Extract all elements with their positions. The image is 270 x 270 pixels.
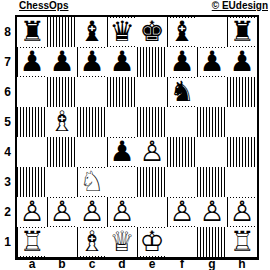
white-king-icon: ♔	[139, 228, 165, 256]
file-label-h: h	[227, 259, 257, 270]
square-c2[interactable]: ♙	[77, 197, 107, 227]
white-pawn-icon: ♙	[49, 198, 75, 226]
board-frame: ♜♝♛♚♝♜♟♟♟♟♟♟♟♞♗♟♙♘♙♙♙♙♙♙♙♖♗♕♔♖	[15, 15, 259, 260]
square-a3[interactable]	[17, 167, 47, 197]
square-h4[interactable]	[227, 137, 257, 167]
white-bishop-icon: ♗	[49, 108, 75, 136]
square-b2[interactable]: ♙	[47, 197, 77, 227]
white-pawn-icon: ♙	[79, 198, 105, 226]
rank-label-5: 5	[0, 107, 15, 137]
white-rook-icon: ♖	[19, 228, 45, 256]
white-pawn-icon: ♙	[229, 198, 255, 226]
square-d2[interactable]: ♙	[107, 197, 137, 227]
square-h7[interactable]: ♟	[227, 47, 257, 77]
square-c8[interactable]: ♝	[77, 17, 107, 47]
black-pawn-icon: ♟	[109, 48, 135, 76]
square-e4[interactable]: ♙	[137, 137, 167, 167]
square-d4[interactable]: ♟	[107, 137, 137, 167]
white-knight-icon: ♘	[79, 168, 105, 196]
white-pawn-icon: ♙	[169, 198, 195, 226]
file-label-e: e	[137, 259, 167, 270]
square-a8[interactable]: ♜	[17, 17, 47, 47]
square-b7[interactable]: ♟	[47, 47, 77, 77]
white-pawn-icon: ♙	[199, 198, 225, 226]
square-h6[interactable]	[227, 77, 257, 107]
square-b5[interactable]: ♗	[47, 107, 77, 137]
square-c6[interactable]	[77, 77, 107, 107]
black-knight-icon: ♞	[169, 78, 195, 106]
rank-label-1: 1	[0, 227, 15, 257]
square-b6[interactable]	[47, 77, 77, 107]
square-f8[interactable]: ♝	[167, 17, 197, 47]
black-pawn-icon: ♟	[169, 48, 195, 76]
square-d8[interactable]: ♛	[107, 17, 137, 47]
square-e5[interactable]	[137, 107, 167, 137]
square-c4[interactable]	[77, 137, 107, 167]
square-g4[interactable]	[197, 137, 227, 167]
rank-label-4: 4	[0, 137, 15, 167]
square-a1[interactable]: ♖	[17, 227, 47, 257]
square-e3[interactable]	[137, 167, 167, 197]
square-g5[interactable]	[197, 107, 227, 137]
chessops-page: ChessOps © EUdesign 87654321 ♜♝♛♚♝♜♟♟♟♟♟…	[0, 0, 270, 270]
chess-board: ♜♝♛♚♝♜♟♟♟♟♟♟♟♞♗♟♙♘♙♙♙♙♙♙♙♖♗♕♔♖	[17, 17, 257, 257]
square-h1[interactable]: ♖	[227, 227, 257, 257]
black-rook-icon: ♜	[229, 18, 255, 46]
file-label-d: d	[107, 259, 137, 270]
white-rook-icon: ♖	[229, 228, 255, 256]
square-f6[interactable]: ♞	[167, 77, 197, 107]
file-label-a: a	[17, 259, 47, 270]
square-f5[interactable]	[167, 107, 197, 137]
white-pawn-icon: ♙	[139, 138, 165, 166]
square-a4[interactable]	[17, 137, 47, 167]
square-h5[interactable]	[227, 107, 257, 137]
square-h8[interactable]: ♜	[227, 17, 257, 47]
square-e7[interactable]	[137, 47, 167, 77]
black-pawn-icon: ♟	[19, 48, 45, 76]
square-e6[interactable]	[137, 77, 167, 107]
square-c5[interactable]	[77, 107, 107, 137]
rank-label-3: 3	[0, 167, 15, 197]
white-bishop-icon: ♗	[79, 228, 105, 256]
square-f3[interactable]	[167, 167, 197, 197]
rank-labels: 87654321	[0, 17, 15, 257]
black-pawn-icon: ♟	[49, 48, 75, 76]
black-bishop-icon: ♝	[169, 18, 195, 46]
square-b8[interactable]	[47, 17, 77, 47]
black-pawn-icon: ♟	[199, 48, 225, 76]
square-g6[interactable]	[197, 77, 227, 107]
square-e1[interactable]: ♔	[137, 227, 167, 257]
square-g8[interactable]	[197, 17, 227, 47]
header: ChessOps © EUdesign	[19, 0, 268, 14]
square-d1[interactable]: ♕	[107, 227, 137, 257]
rank-label-6: 6	[0, 77, 15, 107]
black-pawn-icon: ♟	[109, 138, 135, 166]
rank-label-7: 7	[0, 47, 15, 77]
rank-label-8: 8	[0, 17, 15, 47]
square-a2[interactable]: ♙	[17, 197, 47, 227]
white-queen-icon: ♕	[109, 228, 135, 256]
square-g2[interactable]: ♙	[197, 197, 227, 227]
square-f7[interactable]: ♟	[167, 47, 197, 77]
square-h2[interactable]: ♙	[227, 197, 257, 227]
square-f1[interactable]	[167, 227, 197, 257]
square-c7[interactable]: ♟	[77, 47, 107, 77]
square-g7[interactable]: ♟	[197, 47, 227, 77]
file-label-g: g	[197, 259, 227, 270]
file-label-f: f	[167, 259, 197, 270]
square-c1[interactable]: ♗	[77, 227, 107, 257]
file-labels: abcdefgh	[17, 259, 257, 270]
square-g3[interactable]	[197, 167, 227, 197]
square-b3[interactable]	[47, 167, 77, 197]
white-pawn-icon: ♙	[109, 198, 135, 226]
square-b4[interactable]	[47, 137, 77, 167]
black-rook-icon: ♜	[19, 18, 45, 46]
square-e2[interactable]	[137, 197, 167, 227]
square-c3[interactable]: ♘	[77, 167, 107, 197]
square-h3[interactable]	[227, 167, 257, 197]
square-d3[interactable]	[107, 167, 137, 197]
rank-label-2: 2	[0, 197, 15, 227]
white-pawn-icon: ♙	[19, 198, 45, 226]
app-title-link[interactable]: ChessOps	[19, 0, 68, 12]
square-d6[interactable]	[107, 77, 137, 107]
square-d5[interactable]	[107, 107, 137, 137]
black-bishop-icon: ♝	[79, 18, 105, 46]
black-queen-icon: ♛	[109, 18, 135, 46]
square-e8[interactable]: ♚	[137, 17, 167, 47]
file-label-c: c	[77, 259, 107, 270]
square-g1[interactable]	[197, 227, 227, 257]
square-b1[interactable]	[47, 227, 77, 257]
credit-link[interactable]: © EUdesign	[212, 0, 268, 12]
square-a6[interactable]	[17, 77, 47, 107]
file-label-b: b	[47, 259, 77, 270]
square-d7[interactable]: ♟	[107, 47, 137, 77]
square-f2[interactable]: ♙	[167, 197, 197, 227]
black-pawn-icon: ♟	[229, 48, 255, 76]
square-f4[interactable]	[167, 137, 197, 167]
square-a5[interactable]	[17, 107, 47, 137]
black-king-icon: ♚	[139, 18, 165, 46]
black-pawn-icon: ♟	[79, 48, 105, 76]
square-a7[interactable]: ♟	[17, 47, 47, 77]
